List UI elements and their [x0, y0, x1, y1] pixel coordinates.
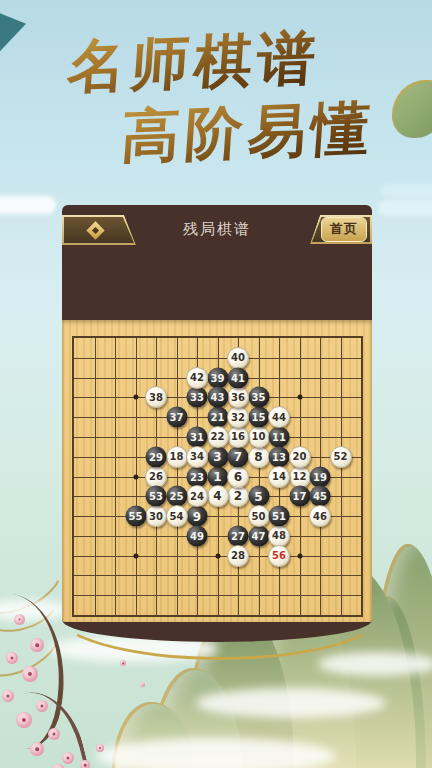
star-point [133, 474, 138, 479]
stone-black-43: 43 [207, 387, 228, 408]
stone-black-13: 13 [269, 446, 290, 467]
plum-blossom [2, 690, 14, 702]
mist-decoration [196, 688, 386, 718]
stone-white-14: 14 [268, 466, 290, 488]
stone-white-30: 30 [145, 505, 167, 527]
stone-black-37: 37 [166, 407, 187, 428]
teal-corner-decoration [0, 10, 26, 56]
star-point [133, 553, 138, 558]
stone-white-40: 40 [227, 347, 249, 369]
cloud-decoration [378, 200, 432, 216]
stone-black-55: 55 [125, 506, 146, 527]
stone-white-44: 44 [268, 406, 290, 428]
stone-black-27: 27 [228, 525, 249, 546]
stone-black-17: 17 [289, 486, 310, 507]
stone-white-54: 54 [166, 505, 188, 527]
grid-line [74, 536, 361, 537]
mist-decoration [318, 652, 432, 676]
grid-line [74, 595, 361, 596]
star-point [133, 395, 138, 400]
stone-black-29: 29 [146, 446, 167, 467]
plum-blossom [30, 742, 44, 756]
stone-black-3: 3 [207, 446, 228, 467]
plum-blossom [14, 614, 25, 625]
star-point [297, 395, 302, 400]
stone-black-35: 35 [248, 387, 269, 408]
stone-black-1: 1 [207, 466, 228, 487]
hero-calligraphy-line2: 高阶易懂 [119, 90, 377, 177]
stone-white-8: 8 [248, 446, 270, 468]
gomoku-board[interactable]: 1234567891011121314151617181920212223242… [62, 320, 372, 622]
stone-black-41: 41 [228, 367, 249, 388]
plum-blossom [96, 744, 104, 752]
stone-black-23: 23 [187, 466, 208, 487]
star-point [215, 553, 220, 558]
grid-line [74, 575, 361, 576]
stone-black-25: 25 [166, 486, 187, 507]
kifu-panel: 残局棋谱 首页 12345678910111213141516171819202… [62, 205, 372, 642]
home-button-label: 首页 [321, 217, 367, 242]
stone-white-46: 46 [309, 505, 331, 527]
stone-black-45: 45 [310, 486, 331, 507]
stone-white-10: 10 [248, 426, 270, 448]
stone-black-9: 9 [187, 506, 208, 527]
stone-white-6: 6 [227, 466, 249, 488]
board-grid: 1234567891011121314151617181920212223242… [72, 336, 363, 617]
stone-white-50: 50 [248, 505, 270, 527]
stone-white-18: 18 [166, 446, 188, 468]
stone-black-33: 33 [187, 387, 208, 408]
home-button[interactable]: 首页 [310, 215, 372, 244]
stone-black-51: 51 [269, 506, 290, 527]
stone-white-34: 34 [186, 446, 208, 468]
plum-blossom [140, 682, 145, 687]
stone-white-48: 48 [268, 525, 290, 547]
stone-black-19: 19 [310, 466, 331, 487]
blossom-branch [0, 683, 94, 768]
stone-white-16: 16 [227, 426, 249, 448]
stone-black-47: 47 [248, 525, 269, 546]
stone-white-24: 24 [186, 485, 208, 507]
stone-black-53: 53 [146, 486, 167, 507]
plum-blossom [48, 728, 60, 740]
stone-white-42: 42 [186, 367, 208, 389]
stone-white-56: 56 [268, 545, 290, 567]
plum-blossom [16, 712, 32, 728]
mist-decoration [96, 738, 336, 768]
star-point [297, 553, 302, 558]
plum-blossom [22, 666, 38, 682]
stone-white-12: 12 [289, 466, 311, 488]
plum-blossom [36, 700, 48, 712]
stone-black-49: 49 [187, 525, 208, 546]
plum-blossom [30, 638, 44, 652]
plum-blossom [62, 752, 74, 764]
stone-white-28: 28 [227, 545, 249, 567]
stone-white-36: 36 [227, 386, 249, 408]
stone-white-22: 22 [207, 426, 229, 448]
grid-line [259, 338, 260, 615]
cloud-decoration [0, 196, 56, 214]
stone-white-2: 2 [227, 485, 249, 507]
stone-black-39: 39 [207, 367, 228, 388]
grid-line [341, 338, 342, 615]
stone-white-32: 32 [227, 406, 249, 428]
stone-black-15: 15 [248, 407, 269, 428]
plum-blossom [80, 760, 90, 768]
app-screen: 名师棋谱 高阶易懂 残局棋谱 首页 1234567891011121314151… [0, 0, 432, 768]
plum-blossom [6, 652, 18, 664]
stone-white-20: 20 [289, 446, 311, 468]
plum-blossom [120, 660, 126, 666]
stone-white-38: 38 [145, 386, 167, 408]
stone-black-21: 21 [207, 407, 228, 428]
stone-black-5: 5 [248, 486, 269, 507]
stone-white-26: 26 [145, 466, 167, 488]
stone-white-4: 4 [207, 485, 229, 507]
leaf-decoration [392, 80, 432, 138]
cloud-decoration [380, 184, 432, 198]
stone-black-31: 31 [187, 426, 208, 447]
stone-black-11: 11 [269, 426, 290, 447]
stone-black-7: 7 [228, 446, 249, 467]
title-bar: 残局棋谱 首页 [62, 205, 372, 251]
stone-white-52: 52 [330, 446, 352, 468]
